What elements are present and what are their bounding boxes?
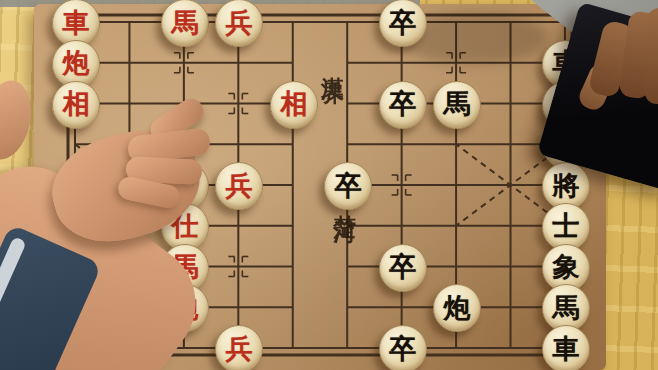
red-horse[interactable]: 馬 bbox=[161, 0, 209, 47]
piece-character: 象 bbox=[552, 253, 579, 280]
black-chariot[interactable]: 車 bbox=[542, 325, 590, 370]
black-cannon[interactable]: 炮 bbox=[433, 284, 481, 332]
piece-character: 卒 bbox=[389, 90, 416, 117]
piece-character: 馬 bbox=[552, 294, 579, 321]
piece-character: 卒 bbox=[335, 172, 362, 199]
red-soldier[interactable]: 兵 bbox=[215, 325, 263, 370]
black-soldier[interactable]: 卒 bbox=[379, 325, 427, 370]
piece-character: 馬 bbox=[171, 9, 198, 36]
black-soldier[interactable]: 卒 bbox=[324, 162, 372, 210]
black-soldier[interactable]: 卒 bbox=[379, 81, 427, 129]
piece-character: 將 bbox=[552, 172, 579, 199]
piece-character: 相 bbox=[280, 90, 307, 117]
opponent-finger bbox=[644, 8, 658, 105]
red-elephant[interactable]: 相 bbox=[52, 81, 100, 129]
red-elephant[interactable]: 相 bbox=[270, 81, 318, 129]
black-soldier[interactable]: 卒 bbox=[379, 244, 427, 292]
piece-character: 士 bbox=[552, 212, 579, 239]
piece-character: 炮 bbox=[63, 49, 90, 76]
photo-xiangqi-game: { "game": { "name": "xiangqi", "board": … bbox=[0, 0, 658, 370]
red-soldier[interactable]: 兵 bbox=[215, 162, 263, 210]
piece-character: 車 bbox=[552, 335, 579, 362]
piece-character: 卒 bbox=[389, 9, 416, 36]
piece-character: 兵 bbox=[226, 172, 253, 199]
river-label-hanjie: 漢界 bbox=[318, 58, 349, 70]
piece-character: 兵 bbox=[226, 335, 253, 362]
black-horse[interactable]: 馬 bbox=[433, 81, 481, 129]
piece-character: 卒 bbox=[389, 335, 416, 362]
piece-character: 炮 bbox=[444, 294, 471, 321]
piece-character: 馬 bbox=[444, 90, 471, 117]
piece-character: 兵 bbox=[226, 9, 253, 36]
black-soldier[interactable]: 卒 bbox=[379, 0, 427, 47]
piece-character: 車 bbox=[63, 9, 90, 36]
piece-character: 卒 bbox=[389, 253, 416, 280]
piece-character: 相 bbox=[63, 90, 90, 117]
